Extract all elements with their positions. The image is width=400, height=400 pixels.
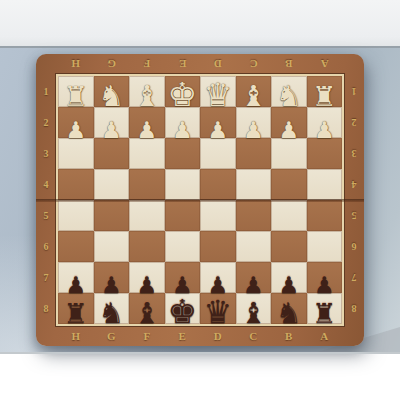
piece-black-pawn-b7: ♟ xyxy=(278,275,299,296)
rank-label-right-1: 1 xyxy=(344,76,364,107)
piece-white-knight-g1: ♞ xyxy=(98,83,124,110)
piece-cell-a6 xyxy=(307,231,343,262)
piece-white-pawn-b2: ♟ xyxy=(278,120,299,141)
piece-cell-c4 xyxy=(236,169,272,200)
rank-label-right-8: 8 xyxy=(344,293,364,324)
piece-cell-h5 xyxy=(58,200,94,231)
piece-white-bishop-f1: ♝ xyxy=(134,83,160,110)
piece-cell-h1: ♜ xyxy=(58,76,94,107)
piece-cell-c5 xyxy=(236,200,272,231)
piece-cell-g6 xyxy=(94,231,130,262)
piece-white-king-e1: ♚ xyxy=(167,80,197,110)
piece-black-pawn-c7: ♟ xyxy=(243,275,264,296)
rank-label-left-3: 3 xyxy=(36,138,56,169)
piece-cell-c7: ♟ xyxy=(236,262,272,293)
piece-black-rook-h8: ♜ xyxy=(64,302,88,327)
piece-cell-c1: ♝ xyxy=(236,76,272,107)
rank-label-left-2: 2 xyxy=(36,107,56,138)
piece-cell-d8: ♛ xyxy=(200,293,236,324)
rank-label-left-8: 8 xyxy=(36,293,56,324)
file-label-top-f: F xyxy=(129,54,165,74)
piece-cell-c8: ♝ xyxy=(236,293,272,324)
piece-cell-g8: ♞ xyxy=(94,293,130,324)
piece-white-pawn-g2: ♟ xyxy=(101,120,122,141)
rank-label-left-4: 4 xyxy=(36,169,56,200)
piece-cell-d5 xyxy=(200,200,236,231)
piece-white-bishop-c1: ♝ xyxy=(240,83,266,110)
piece-black-bishop-c8: ♝ xyxy=(240,300,266,327)
piece-white-pawn-f2: ♟ xyxy=(136,120,157,141)
piece-cell-h7: ♟ xyxy=(58,262,94,293)
piece-cell-h8: ♜ xyxy=(58,293,94,324)
screenshot: HGFEDCBA HGFEDCBA 12345678 12345678 ♜♞♝♚… xyxy=(0,0,400,400)
piece-cell-h4 xyxy=(58,169,94,200)
piece-black-king-e8: ♚ xyxy=(167,297,197,327)
photo-bottom-edge xyxy=(0,352,400,354)
piece-cell-f8: ♝ xyxy=(129,293,165,324)
piece-cell-a8: ♜ xyxy=(307,293,343,324)
piece-cell-a4 xyxy=(307,169,343,200)
piece-cell-b5 xyxy=(271,200,307,231)
piece-cell-e5 xyxy=(165,200,201,231)
piece-cell-g7: ♟ xyxy=(94,262,130,293)
piece-white-knight-b1: ♞ xyxy=(276,83,302,110)
piece-black-pawn-f7: ♟ xyxy=(136,275,157,296)
file-label-top-g: G xyxy=(94,54,130,74)
piece-black-knight-g8: ♞ xyxy=(98,300,124,327)
piece-white-pawn-e2: ♟ xyxy=(172,120,193,141)
piece-cell-d4 xyxy=(200,169,236,200)
rank-label-left-1: 1 xyxy=(36,76,56,107)
file-label-top-b: B xyxy=(271,54,307,74)
piece-cell-g5 xyxy=(94,200,130,231)
piece-cell-d1: ♛ xyxy=(200,76,236,107)
rank-label-left-5: 5 xyxy=(36,200,56,231)
piece-cell-e7: ♟ xyxy=(165,262,201,293)
piece-white-queen-d1: ♛ xyxy=(203,81,232,110)
piece-cell-h6 xyxy=(58,231,94,262)
desk-surface: HGFEDCBA HGFEDCBA 12345678 12345678 ♜♞♝♚… xyxy=(0,0,400,353)
board-pieces: ♜♞♝♚♛♝♞♜♟♟♟♟♟♟♟♟♟♟♟♟♟♟♟♟♜♞♝♚♛♝♞♜ xyxy=(58,76,342,324)
piece-cell-e4 xyxy=(165,169,201,200)
piece-cell-f7: ♟ xyxy=(129,262,165,293)
rank-label-left-7: 7 xyxy=(36,262,56,293)
rank-label-right-3: 3 xyxy=(344,138,364,169)
piece-white-pawn-a2: ♟ xyxy=(314,120,335,141)
piece-cell-f5 xyxy=(129,200,165,231)
piece-cell-a1: ♜ xyxy=(307,76,343,107)
piece-cell-e1: ♚ xyxy=(165,76,201,107)
rank-label-right-2: 2 xyxy=(344,107,364,138)
rank-label-right-4: 4 xyxy=(344,169,364,200)
piece-cell-g4 xyxy=(94,169,130,200)
piece-cell-f4 xyxy=(129,169,165,200)
piece-black-queen-d8: ♛ xyxy=(203,298,232,327)
file-label-top-e: E xyxy=(165,54,201,74)
file-label-top-a: A xyxy=(307,54,343,74)
file-labels-top: HGFEDCBA xyxy=(58,54,342,74)
piece-cell-f1: ♝ xyxy=(129,76,165,107)
piece-cell-d7: ♟ xyxy=(200,262,236,293)
piece-cell-f6 xyxy=(129,231,165,262)
file-label-top-h: H xyxy=(58,54,94,74)
piece-cell-a5 xyxy=(307,200,343,231)
piece-black-pawn-g7: ♟ xyxy=(101,275,122,296)
piece-black-rook-a8: ♜ xyxy=(312,302,336,327)
piece-cell-a7: ♟ xyxy=(307,262,343,293)
rank-label-right-5: 5 xyxy=(344,200,364,231)
file-label-top-c: C xyxy=(236,54,272,74)
piece-white-pawn-c2: ♟ xyxy=(243,120,264,141)
piece-cell-b1: ♞ xyxy=(271,76,307,107)
piece-black-pawn-h7: ♟ xyxy=(65,275,86,296)
chess-board: HGFEDCBA HGFEDCBA 12345678 12345678 ♜♞♝♚… xyxy=(36,54,364,346)
piece-cell-c6 xyxy=(236,231,272,262)
piece-cell-g1: ♞ xyxy=(94,76,130,107)
file-label-top-d: D xyxy=(200,54,236,74)
background-wall-band xyxy=(0,0,400,48)
piece-black-bishop-f8: ♝ xyxy=(134,300,160,327)
piece-cell-d6 xyxy=(200,231,236,262)
piece-white-rook-a1: ♜ xyxy=(312,85,336,110)
piece-white-pawn-d2: ♟ xyxy=(207,120,228,141)
rank-label-left-6: 6 xyxy=(36,231,56,262)
piece-cell-b7: ♟ xyxy=(271,262,307,293)
piece-cell-b4 xyxy=(271,169,307,200)
piece-cell-e8: ♚ xyxy=(165,293,201,324)
piece-cell-b8: ♞ xyxy=(271,293,307,324)
rank-label-right-6: 6 xyxy=(344,231,364,262)
piece-black-knight-b8: ♞ xyxy=(276,300,302,327)
piece-cell-b6 xyxy=(271,231,307,262)
piece-white-rook-h1: ♜ xyxy=(64,85,88,110)
rank-label-right-7: 7 xyxy=(344,262,364,293)
piece-white-pawn-h2: ♟ xyxy=(65,120,86,141)
piece-black-pawn-a7: ♟ xyxy=(314,275,335,296)
piece-cell-e6 xyxy=(165,231,201,262)
